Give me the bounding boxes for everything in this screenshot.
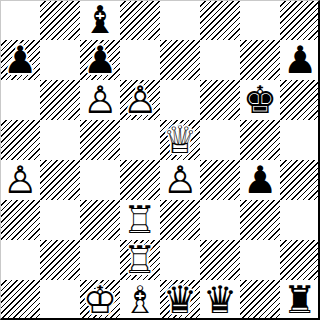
square-d8[interactable] [120, 0, 160, 40]
square-a4[interactable]: ♟♙ [0, 160, 40, 200]
square-a5[interactable] [0, 120, 40, 160]
square-b3[interactable] [40, 200, 80, 240]
square-g3[interactable] [240, 200, 280, 240]
square-c4[interactable] [80, 160, 120, 200]
square-f1[interactable]: ♛ [200, 280, 240, 320]
black-bishop: ♝ [80, 0, 120, 40]
white-queen: ♛♕ [160, 120, 200, 160]
square-c2[interactable] [80, 240, 120, 280]
square-c3[interactable] [80, 200, 120, 240]
square-d1[interactable]: ♝♗ [120, 280, 160, 320]
square-a1[interactable] [0, 280, 40, 320]
square-g1[interactable] [240, 280, 280, 320]
square-h5[interactable] [280, 120, 320, 160]
square-d6[interactable]: ♟♙ [120, 80, 160, 120]
white-pawn: ♟♙ [160, 160, 200, 200]
square-c7[interactable]: ♟ [80, 40, 120, 80]
square-d2[interactable]: ♜♖ [120, 240, 160, 280]
square-f7[interactable] [200, 40, 240, 80]
square-h6[interactable] [280, 80, 320, 120]
square-d3[interactable]: ♜♖ [120, 200, 160, 240]
square-h3[interactable] [280, 200, 320, 240]
chess-diagram: ♝♟♟♟♟♙♟♙♚♛♕♟♙♟♙♟♜♖♜♖♚♔♝♗♛♛♜ [0, 0, 320, 320]
square-g6[interactable]: ♚ [240, 80, 280, 120]
square-g4[interactable]: ♟ [240, 160, 280, 200]
square-b8[interactable] [40, 0, 80, 40]
square-e6[interactable] [160, 80, 200, 120]
square-d5[interactable] [120, 120, 160, 160]
square-f2[interactable] [200, 240, 240, 280]
square-b6[interactable] [40, 80, 80, 120]
square-g2[interactable] [240, 240, 280, 280]
square-f6[interactable] [200, 80, 240, 120]
square-b1[interactable] [40, 280, 80, 320]
black-king: ♚ [240, 80, 280, 120]
square-f8[interactable] [200, 0, 240, 40]
square-c6[interactable]: ♟♙ [80, 80, 120, 120]
black-pawn: ♟ [240, 160, 280, 200]
square-g8[interactable] [240, 0, 280, 40]
square-e5[interactable]: ♛♕ [160, 120, 200, 160]
black-rook: ♜ [280, 280, 320, 320]
square-b4[interactable] [40, 160, 80, 200]
white-king: ♚♔ [80, 280, 120, 320]
black-pawn: ♟ [280, 40, 320, 80]
square-h7[interactable]: ♟ [280, 40, 320, 80]
square-g5[interactable] [240, 120, 280, 160]
square-f4[interactable] [200, 160, 240, 200]
black-pawn: ♟ [0, 40, 40, 80]
square-f3[interactable] [200, 200, 240, 240]
square-e8[interactable] [160, 0, 200, 40]
square-a8[interactable] [0, 0, 40, 40]
square-e3[interactable] [160, 200, 200, 240]
square-g7[interactable] [240, 40, 280, 80]
square-c8[interactable]: ♝ [80, 0, 120, 40]
square-h4[interactable] [280, 160, 320, 200]
square-c5[interactable] [80, 120, 120, 160]
square-d7[interactable] [120, 40, 160, 80]
black-pawn: ♟ [80, 40, 120, 80]
white-pawn: ♟♙ [120, 80, 160, 120]
square-a3[interactable] [0, 200, 40, 240]
black-queen: ♛ [200, 280, 240, 320]
white-rook: ♜♖ [120, 200, 160, 240]
white-pawn: ♟♙ [0, 160, 40, 200]
square-a7[interactable]: ♟ [0, 40, 40, 80]
square-a2[interactable] [0, 240, 40, 280]
white-rook: ♜♖ [120, 240, 160, 280]
square-e2[interactable] [160, 240, 200, 280]
square-d4[interactable] [120, 160, 160, 200]
black-queen: ♛ [160, 280, 200, 320]
square-e4[interactable]: ♟♙ [160, 160, 200, 200]
square-e7[interactable] [160, 40, 200, 80]
square-h8[interactable] [280, 0, 320, 40]
white-bishop: ♝♗ [120, 280, 160, 320]
square-b5[interactable] [40, 120, 80, 160]
square-c1[interactable]: ♚♔ [80, 280, 120, 320]
square-b2[interactable] [40, 240, 80, 280]
square-a6[interactable] [0, 80, 40, 120]
square-f5[interactable] [200, 120, 240, 160]
chess-board: ♝♟♟♟♟♙♟♙♚♛♕♟♙♟♙♟♜♖♜♖♚♔♝♗♛♛♜ [0, 0, 320, 320]
white-pawn: ♟♙ [80, 80, 120, 120]
square-e1[interactable]: ♛ [160, 280, 200, 320]
square-h1[interactable]: ♜ [280, 280, 320, 320]
square-h2[interactable] [280, 240, 320, 280]
square-b7[interactable] [40, 40, 80, 80]
